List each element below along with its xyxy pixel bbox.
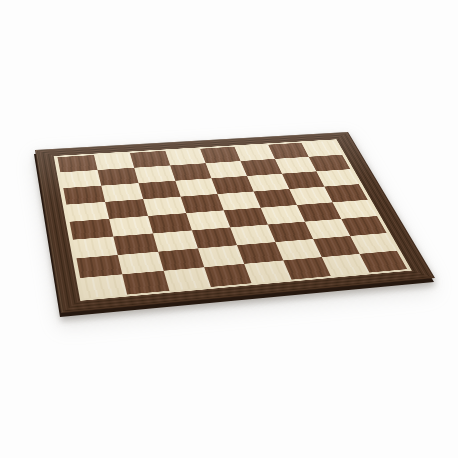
photo-background <box>0 0 458 458</box>
board-square <box>164 267 211 290</box>
board-square <box>122 271 169 295</box>
chess-board <box>0 0 458 458</box>
board-square <box>360 251 408 273</box>
board-playing-field <box>54 139 412 301</box>
board-square <box>80 274 127 298</box>
